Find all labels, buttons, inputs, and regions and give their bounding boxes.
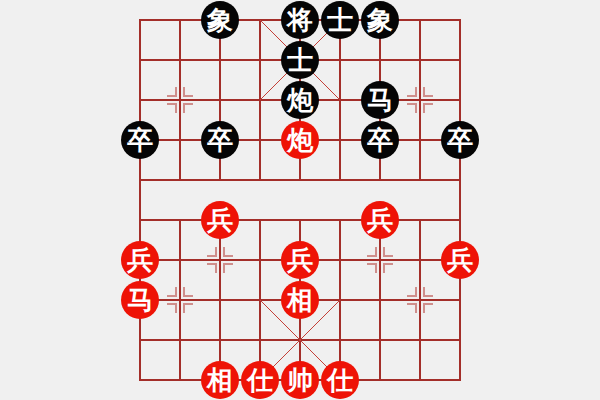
piece-red-soldier[interactable]: 兵	[121, 241, 159, 279]
piece-red-soldier[interactable]: 兵	[361, 201, 399, 239]
piece-black-soldier[interactable]: 卒	[121, 121, 159, 159]
piece-black-general[interactable]: 将	[281, 1, 319, 39]
piece-black-advisor[interactable]: 士	[321, 1, 359, 39]
piece-black-soldier[interactable]: 卒	[441, 121, 479, 159]
piece-red-soldier[interactable]: 兵	[441, 241, 479, 279]
piece-red-soldier[interactable]: 兵	[201, 201, 239, 239]
pieces-layer: 象将士象士炮马卒卒炮卒卒兵兵兵兵兵马相相仕帅仕	[120, 0, 480, 400]
piece-black-horse[interactable]: 马	[361, 81, 399, 119]
piece-black-soldier[interactable]: 卒	[201, 121, 239, 159]
piece-red-advisor[interactable]: 仕	[241, 361, 279, 399]
piece-red-horse[interactable]: 马	[121, 281, 159, 319]
piece-black-cannon[interactable]: 炮	[281, 81, 319, 119]
piece-red-soldier[interactable]: 兵	[281, 241, 319, 279]
piece-black-elephant[interactable]: 象	[201, 1, 239, 39]
piece-red-elephant[interactable]: 相	[201, 361, 239, 399]
piece-red-general[interactable]: 帅	[281, 361, 319, 399]
piece-black-advisor[interactable]: 士	[281, 41, 319, 79]
piece-red-elephant[interactable]: 相	[281, 281, 319, 319]
piece-black-soldier[interactable]: 卒	[361, 121, 399, 159]
xiangqi-app: 象将士象士炮马卒卒炮卒卒兵兵兵兵兵马相相仕帅仕	[0, 0, 600, 400]
piece-black-elephant[interactable]: 象	[361, 1, 399, 39]
piece-red-advisor[interactable]: 仕	[321, 361, 359, 399]
piece-red-cannon[interactable]: 炮	[281, 121, 319, 159]
